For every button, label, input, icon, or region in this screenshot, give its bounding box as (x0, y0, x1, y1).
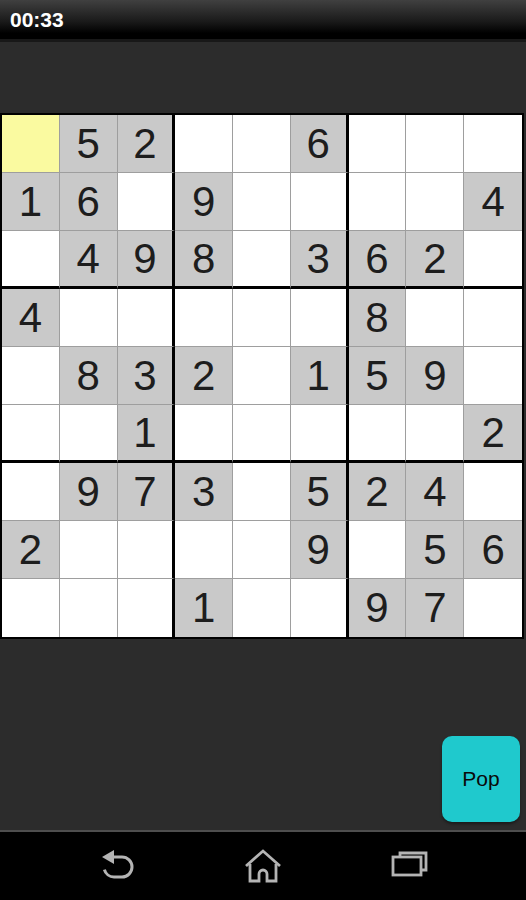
sudoku-grid: 526169449836248832159129735242956197 (0, 113, 524, 639)
cell-r5c2[interactable]: 8 (60, 347, 118, 405)
cell-r5c5[interactable] (233, 347, 291, 405)
cell-r8c3[interactable] (118, 521, 176, 579)
cell-r7c3[interactable]: 7 (118, 463, 176, 521)
cell-r8c4[interactable] (175, 521, 233, 579)
cell-r1c4[interactable] (175, 115, 233, 173)
back-button[interactable] (94, 848, 140, 884)
cell-r2c5[interactable] (233, 173, 291, 231)
cell-r6c5[interactable] (233, 405, 291, 463)
cell-r5c9[interactable] (464, 347, 522, 405)
cell-r3c4[interactable]: 8 (175, 231, 233, 289)
timer-text: 00:33 (10, 8, 64, 31)
cell-r9c3[interactable] (118, 579, 176, 637)
cell-r4c3[interactable] (118, 289, 176, 347)
cell-r8c1[interactable]: 2 (2, 521, 60, 579)
cell-r3c3[interactable]: 9 (118, 231, 176, 289)
cell-r9c6[interactable] (291, 579, 349, 637)
cell-r3c9[interactable] (464, 231, 522, 289)
status-bar: 00:33 (0, 0, 526, 42)
cell-r4c2[interactable] (60, 289, 118, 347)
cell-r6c2[interactable] (60, 405, 118, 463)
cell-r1c6[interactable]: 6 (291, 115, 349, 173)
cell-r2c4[interactable]: 9 (175, 173, 233, 231)
home-icon (243, 848, 283, 884)
cell-r7c5[interactable] (233, 463, 291, 521)
cell-r9c7[interactable]: 9 (349, 579, 407, 637)
cell-r6c9[interactable]: 2 (464, 405, 522, 463)
cell-r5c6[interactable]: 1 (291, 347, 349, 405)
cell-r2c8[interactable] (406, 173, 464, 231)
cell-r7c7[interactable]: 2 (349, 463, 407, 521)
cell-r8c8[interactable]: 5 (406, 521, 464, 579)
cell-r5c7[interactable]: 5 (349, 347, 407, 405)
cell-r7c9[interactable] (464, 463, 522, 521)
cell-r1c8[interactable] (406, 115, 464, 173)
cell-r8c9[interactable]: 6 (464, 521, 522, 579)
cell-r6c1[interactable] (2, 405, 60, 463)
cell-r4c8[interactable] (406, 289, 464, 347)
cell-r7c4[interactable]: 3 (175, 463, 233, 521)
cell-r7c2[interactable]: 9 (60, 463, 118, 521)
home-button[interactable] (243, 848, 283, 884)
cell-r6c6[interactable] (291, 405, 349, 463)
cell-r4c4[interactable] (175, 289, 233, 347)
cell-r3c7[interactable]: 6 (349, 231, 407, 289)
cell-r1c7[interactable] (349, 115, 407, 173)
cell-r3c6[interactable]: 3 (291, 231, 349, 289)
cell-r9c2[interactable] (60, 579, 118, 637)
cell-r4c5[interactable] (233, 289, 291, 347)
cell-r2c3[interactable] (118, 173, 176, 231)
recents-button[interactable] (388, 849, 430, 883)
cell-r4c1[interactable]: 4 (2, 289, 60, 347)
cell-r5c4[interactable]: 2 (175, 347, 233, 405)
cell-r9c1[interactable] (2, 579, 60, 637)
pop-button-label: Pop (462, 767, 499, 791)
recents-icon (388, 849, 430, 883)
cell-r1c3[interactable]: 2 (118, 115, 176, 173)
cell-r2c7[interactable] (349, 173, 407, 231)
cell-r6c4[interactable] (175, 405, 233, 463)
cell-r1c9[interactable] (464, 115, 522, 173)
cell-r8c6[interactable]: 9 (291, 521, 349, 579)
cell-r2c1[interactable]: 1 (2, 173, 60, 231)
cell-r4c9[interactable] (464, 289, 522, 347)
cell-r5c1[interactable] (2, 347, 60, 405)
cell-r7c6[interactable]: 5 (291, 463, 349, 521)
phone-screen: 00:33 5261694498362488321591297352429561… (0, 0, 526, 900)
cell-r5c3[interactable]: 3 (118, 347, 176, 405)
cell-r9c4[interactable]: 1 (175, 579, 233, 637)
cell-r1c2[interactable]: 5 (60, 115, 118, 173)
cell-r1c5[interactable] (233, 115, 291, 173)
cell-r2c6[interactable] (291, 173, 349, 231)
cell-r1c1[interactable] (2, 115, 60, 173)
cell-r8c7[interactable] (349, 521, 407, 579)
cell-r5c8[interactable]: 9 (406, 347, 464, 405)
cell-r7c8[interactable]: 4 (406, 463, 464, 521)
cell-r3c1[interactable] (2, 231, 60, 289)
cell-r9c5[interactable] (233, 579, 291, 637)
cell-r2c9[interactable]: 4 (464, 173, 522, 231)
cell-r6c8[interactable] (406, 405, 464, 463)
cell-r8c5[interactable] (233, 521, 291, 579)
cell-r9c9[interactable] (464, 579, 522, 637)
cell-r6c3[interactable]: 1 (118, 405, 176, 463)
cell-r6c7[interactable] (349, 405, 407, 463)
pop-button[interactable]: Pop (442, 736, 520, 822)
cell-r8c2[interactable] (60, 521, 118, 579)
cell-r7c1[interactable] (2, 463, 60, 521)
back-icon (94, 848, 140, 884)
cell-r3c8[interactable]: 2 (406, 231, 464, 289)
cell-r4c7[interactable]: 8 (349, 289, 407, 347)
cell-r2c2[interactable]: 6 (60, 173, 118, 231)
cell-r9c8[interactable]: 7 (406, 579, 464, 637)
android-nav-bar (0, 830, 526, 900)
cell-r3c2[interactable]: 4 (60, 231, 118, 289)
cell-r3c5[interactable] (233, 231, 291, 289)
cell-r4c6[interactable] (291, 289, 349, 347)
